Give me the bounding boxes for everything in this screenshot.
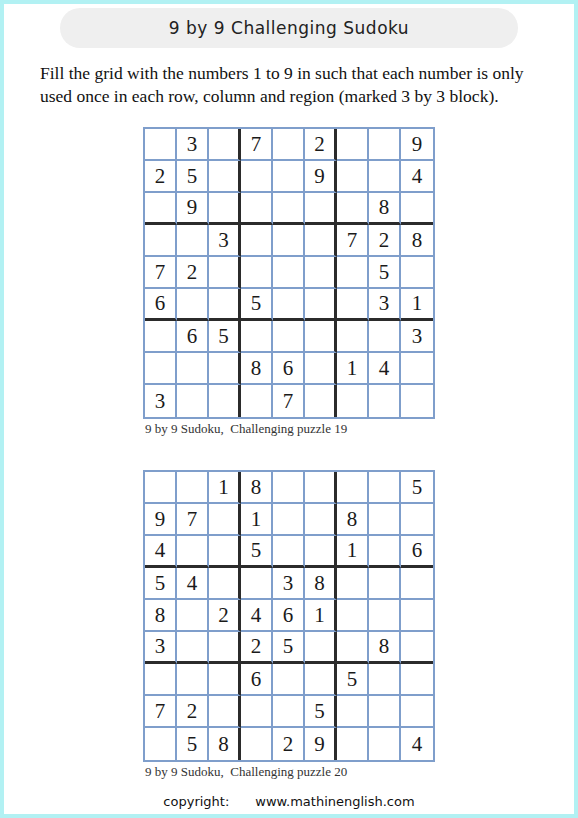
sudoku-cell[interactable]	[401, 193, 433, 225]
sudoku-cell[interactable]: 3	[145, 632, 177, 664]
sudoku-cell[interactable]: 1	[337, 536, 369, 568]
sudoku-cell[interactable]	[145, 353, 177, 385]
sudoku-cell[interactable]	[145, 472, 177, 504]
sudoku-cell[interactable]	[273, 161, 305, 193]
sudoku-cell[interactable]	[241, 696, 273, 728]
sudoku-cell[interactable]: 7	[177, 504, 209, 536]
sudoku-cell[interactable]: 2	[305, 129, 337, 161]
sudoku-cell[interactable]	[337, 161, 369, 193]
sudoku-cell[interactable]: 7	[241, 129, 273, 161]
sudoku-cell[interactable]: 6	[177, 321, 209, 353]
sudoku-cell[interactable]: 8	[369, 193, 401, 225]
sudoku-cell[interactable]: 1	[401, 289, 433, 321]
sudoku-cell[interactable]: 2	[177, 257, 209, 289]
sudoku-cell[interactable]: 8	[241, 472, 273, 504]
sudoku-cell[interactable]: 6	[273, 600, 305, 632]
sudoku-cell[interactable]	[305, 536, 337, 568]
instructions-text: Fill the grid with the numbers 1 to 9 in…	[40, 62, 552, 108]
sudoku-cell[interactable]: 4	[145, 536, 177, 568]
sudoku-cell[interactable]	[273, 257, 305, 289]
sudoku-cell[interactable]	[209, 129, 241, 161]
sudoku-cell[interactable]	[369, 472, 401, 504]
sudoku-cell[interactable]	[177, 632, 209, 664]
sudoku-cell[interactable]	[337, 193, 369, 225]
sudoku-cell[interactable]	[305, 193, 337, 225]
sudoku-cell[interactable]	[273, 225, 305, 257]
sudoku-cell[interactable]	[177, 289, 209, 321]
sudoku-cell[interactable]	[305, 257, 337, 289]
sudoku-cell[interactable]: 3	[209, 225, 241, 257]
sudoku-cell[interactable]	[337, 728, 369, 760]
sudoku-cell[interactable]: 8	[401, 225, 433, 257]
sudoku-cell[interactable]: 5	[401, 472, 433, 504]
sudoku-cell[interactable]	[305, 504, 337, 536]
sudoku-cell[interactable]	[209, 504, 241, 536]
sudoku-cell[interactable]	[273, 664, 305, 696]
sudoku-cell[interactable]: 9	[305, 728, 337, 760]
sudoku-cell[interactable]	[337, 568, 369, 600]
sudoku-cell[interactable]: 1	[209, 472, 241, 504]
sudoku-cell[interactable]	[369, 504, 401, 536]
sudoku-cell[interactable]: 7	[337, 225, 369, 257]
sudoku-cell[interactable]	[209, 353, 241, 385]
puzzle-caption-1: 9 by 9 Sudoku, Challenging puzzle 19	[145, 421, 347, 437]
sudoku-cell[interactable]	[401, 696, 433, 728]
sudoku-cell[interactable]	[305, 664, 337, 696]
sudoku-cell[interactable]: 6	[145, 289, 177, 321]
sudoku-cell[interactable]	[369, 385, 401, 417]
sudoku-cell[interactable]	[209, 632, 241, 664]
sudoku-cell[interactable]	[241, 161, 273, 193]
sudoku-cell[interactable]	[305, 632, 337, 664]
sudoku-cell[interactable]: 2	[273, 728, 305, 760]
sudoku-cell[interactable]	[241, 225, 273, 257]
worksheet-page: 9 by 9 Challenging Sudoku Fill the grid …	[4, 4, 574, 814]
sudoku-cell[interactable]: 9	[401, 129, 433, 161]
sudoku-cell[interactable]	[369, 129, 401, 161]
sudoku-cell[interactable]: 5	[337, 664, 369, 696]
sudoku-cell[interactable]: 6	[273, 353, 305, 385]
sudoku-cell[interactable]	[241, 321, 273, 353]
sudoku-cell[interactable]: 5	[145, 568, 177, 600]
sudoku-cell[interactable]	[401, 504, 433, 536]
sudoku-cell[interactable]	[145, 193, 177, 225]
sudoku-cell[interactable]: 8	[209, 728, 241, 760]
sudoku-cell[interactable]	[209, 289, 241, 321]
copyright-label: copyright:	[163, 794, 229, 809]
sudoku-cell[interactable]	[241, 257, 273, 289]
sudoku-cell[interactable]: 7	[145, 257, 177, 289]
sudoku-cell[interactable]: 4	[369, 353, 401, 385]
sudoku-cell[interactable]	[369, 696, 401, 728]
sudoku-cell[interactable]: 8	[369, 632, 401, 664]
puzzle-caption-2: 9 by 9 Sudoku, Challenging puzzle 20	[145, 764, 347, 780]
sudoku-cell[interactable]	[337, 632, 369, 664]
sudoku-cell[interactable]: 1	[305, 600, 337, 632]
sudoku-cell[interactable]: 5	[177, 161, 209, 193]
sudoku-cell[interactable]: 2	[369, 225, 401, 257]
sudoku-cell[interactable]	[145, 225, 177, 257]
sudoku-cell[interactable]	[273, 696, 305, 728]
sudoku-cell[interactable]: 9	[305, 161, 337, 193]
sudoku-cell[interactable]: 6	[401, 536, 433, 568]
sudoku-cell[interactable]: 1	[337, 353, 369, 385]
sudoku-cell[interactable]	[401, 568, 433, 600]
sudoku-cell[interactable]	[209, 664, 241, 696]
sudoku-cell[interactable]	[145, 321, 177, 353]
sudoku-cell[interactable]	[337, 600, 369, 632]
sudoku-cell[interactable]	[337, 385, 369, 417]
sudoku-cell[interactable]	[337, 321, 369, 353]
sudoku-cell[interactable]	[369, 536, 401, 568]
sudoku-cell[interactable]	[369, 728, 401, 760]
sudoku-cell[interactable]	[177, 225, 209, 257]
sudoku-cell[interactable]	[273, 504, 305, 536]
sudoku-cell[interactable]: 2	[177, 696, 209, 728]
sudoku-cell[interactable]	[177, 600, 209, 632]
sudoku-cell[interactable]	[273, 289, 305, 321]
sudoku-cell[interactable]	[241, 385, 273, 417]
sudoku-cell[interactable]	[401, 353, 433, 385]
sudoku-cell[interactable]	[209, 161, 241, 193]
sudoku-cell[interactable]	[273, 129, 305, 161]
sudoku-cell[interactable]: 8	[241, 353, 273, 385]
sudoku-cell[interactable]	[145, 129, 177, 161]
sudoku-cell[interactable]	[273, 536, 305, 568]
sudoku-cell[interactable]	[145, 728, 177, 760]
sudoku-cell[interactable]	[305, 353, 337, 385]
sudoku-cell[interactable]	[273, 321, 305, 353]
sudoku-cell[interactable]	[369, 664, 401, 696]
sudoku-cell[interactable]: 5	[369, 257, 401, 289]
website-url: www.mathinenglish.com	[255, 794, 414, 809]
sudoku-cell[interactable]: 3	[401, 321, 433, 353]
sudoku-grid-2: 1859718451654388246132586572558294	[143, 470, 435, 762]
sudoku-cell[interactable]	[145, 664, 177, 696]
sudoku-cell[interactable]	[305, 321, 337, 353]
sudoku-cell[interactable]: 2	[145, 161, 177, 193]
sudoku-cell[interactable]: 4	[401, 728, 433, 760]
sudoku-cell[interactable]	[177, 664, 209, 696]
sudoku-cell[interactable]: 5	[273, 632, 305, 664]
sudoku-cell[interactable]	[337, 289, 369, 321]
sudoku-cell[interactable]	[401, 664, 433, 696]
sudoku-cell[interactable]: 5	[241, 536, 273, 568]
sudoku-cell[interactable]	[369, 600, 401, 632]
sudoku-cell[interactable]: 4	[401, 161, 433, 193]
sudoku-cell[interactable]: 4	[177, 568, 209, 600]
sudoku-cell[interactable]: 4	[241, 600, 273, 632]
sudoku-cell[interactable]	[209, 385, 241, 417]
sudoku-cell[interactable]: 8	[305, 568, 337, 600]
sudoku-cell[interactable]	[369, 161, 401, 193]
sudoku-cell[interactable]	[305, 385, 337, 417]
sudoku-cell[interactable]: 5	[305, 696, 337, 728]
sudoku-cell[interactable]	[369, 321, 401, 353]
sudoku-cell[interactable]: 3	[273, 568, 305, 600]
sudoku-cell[interactable]	[337, 472, 369, 504]
sudoku-cell[interactable]	[177, 353, 209, 385]
sudoku-cell[interactable]: 5	[177, 728, 209, 760]
sudoku-cell[interactable]: 7	[145, 696, 177, 728]
sudoku-cell[interactable]: 2	[241, 632, 273, 664]
sudoku-cell[interactable]: 5	[241, 289, 273, 321]
sudoku-cell[interactable]	[177, 536, 209, 568]
sudoku-cell[interactable]	[209, 568, 241, 600]
sudoku-cell[interactable]	[241, 728, 273, 760]
sudoku-cell[interactable]	[401, 257, 433, 289]
sudoku-cell[interactable]	[209, 696, 241, 728]
sudoku-cell[interactable]: 8	[337, 504, 369, 536]
sudoku-cell[interactable]: 9	[177, 193, 209, 225]
sudoku-cell[interactable]: 1	[241, 504, 273, 536]
sudoku-cell[interactable]	[273, 472, 305, 504]
sudoku-cell[interactable]: 9	[145, 504, 177, 536]
sudoku-cell[interactable]	[209, 536, 241, 568]
sudoku-cell[interactable]	[241, 193, 273, 225]
sudoku-cell[interactable]	[305, 289, 337, 321]
sudoku-cell[interactable]	[401, 600, 433, 632]
sudoku-cell[interactable]	[337, 129, 369, 161]
sudoku-cell[interactable]	[209, 193, 241, 225]
sudoku-grid-1: 372925949837287256531653861437	[143, 127, 435, 419]
page-title: 9 by 9 Challenging Sudoku	[169, 18, 409, 38]
title-banner: 9 by 9 Challenging Sudoku	[60, 8, 518, 48]
sudoku-cell[interactable]	[209, 257, 241, 289]
sudoku-cell[interactable]: 2	[209, 600, 241, 632]
sudoku-cell[interactable]	[337, 257, 369, 289]
sudoku-cell[interactable]: 6	[241, 664, 273, 696]
sudoku-cell[interactable]: 5	[209, 321, 241, 353]
sudoku-cell[interactable]: 3	[145, 385, 177, 417]
sudoku-cell[interactable]	[369, 568, 401, 600]
sudoku-cell[interactable]: 3	[177, 129, 209, 161]
sudoku-cell[interactable]	[273, 193, 305, 225]
sudoku-cell[interactable]	[241, 568, 273, 600]
sudoku-cell[interactable]	[305, 472, 337, 504]
sudoku-cell[interactable]: 7	[273, 385, 305, 417]
sudoku-cell[interactable]	[177, 385, 209, 417]
sudoku-cell[interactable]: 8	[145, 600, 177, 632]
footer: copyright:www.mathinenglish.com	[4, 794, 574, 809]
sudoku-cell[interactable]: 3	[369, 289, 401, 321]
sudoku-cell[interactable]	[401, 385, 433, 417]
sudoku-cell[interactable]	[337, 696, 369, 728]
sudoku-cell[interactable]	[401, 632, 433, 664]
sudoku-cell[interactable]	[305, 225, 337, 257]
sudoku-cell[interactable]	[177, 472, 209, 504]
